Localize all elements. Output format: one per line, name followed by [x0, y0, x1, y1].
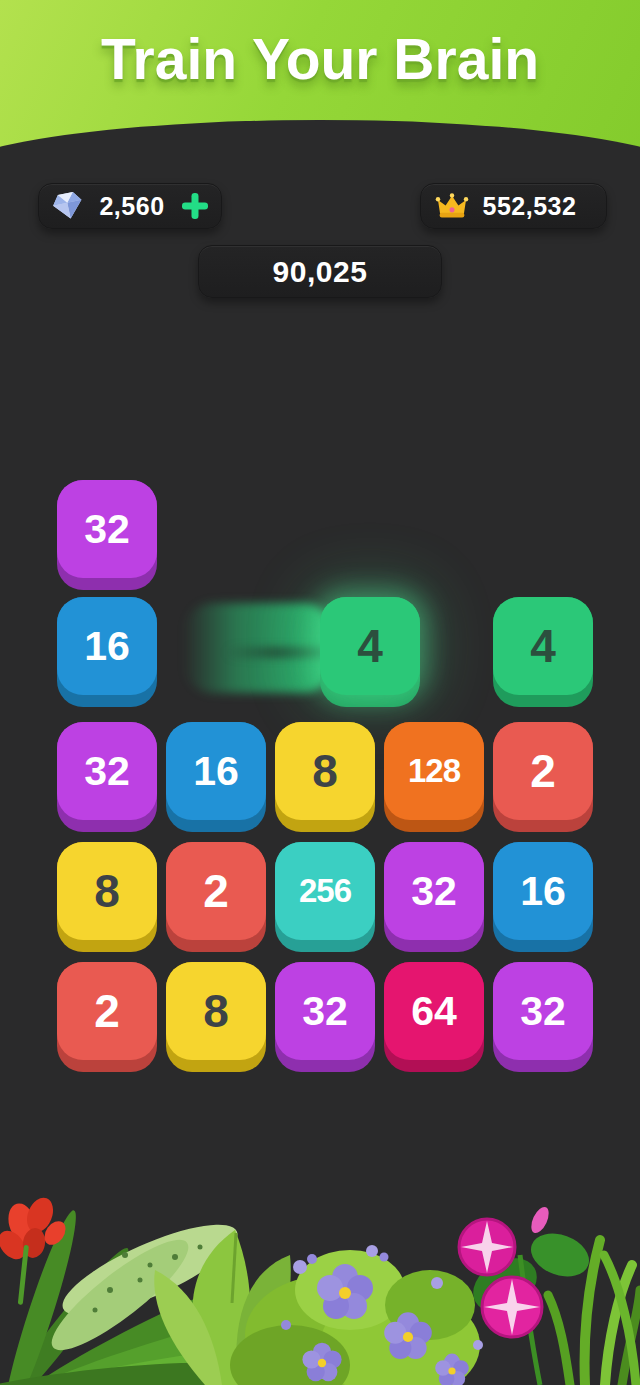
moving-tile-4[interactable]: 4: [320, 597, 420, 707]
tile-face: 8: [57, 842, 157, 940]
tile-number: 32: [520, 988, 566, 1035]
tile-number: 32: [84, 506, 130, 553]
tile-face: 16: [166, 722, 266, 820]
tile-number: 8: [312, 744, 338, 798]
tile-face: 32: [57, 722, 157, 820]
tile-face: 2: [493, 722, 593, 820]
tile-32[interactable]: 32: [493, 962, 593, 1072]
tile-16[interactable]: 16: [57, 597, 157, 707]
tile-8[interactable]: 8: [166, 962, 266, 1072]
tile-number: 64: [411, 988, 457, 1035]
tile-32[interactable]: 32: [57, 722, 157, 832]
tile-number: 4: [530, 619, 556, 673]
tile-number: 4: [357, 619, 383, 673]
tile-face: 32: [275, 962, 375, 1060]
tile-number: 32: [302, 988, 348, 1035]
tile-number: 2: [530, 744, 556, 798]
tile-number: 256: [299, 872, 351, 910]
tile-32[interactable]: 32: [384, 842, 484, 952]
tile-2[interactable]: 2: [166, 842, 266, 952]
tile-32[interactable]: 32: [57, 480, 157, 590]
tile-face: 256: [275, 842, 375, 940]
tile-face: 32: [384, 842, 484, 940]
tile-2[interactable]: 2: [57, 962, 157, 1072]
tile-number: 32: [84, 748, 130, 795]
tile-face: 32: [57, 480, 157, 578]
tile-number: 16: [193, 748, 239, 795]
tile-8[interactable]: 8: [275, 722, 375, 832]
tile-face: 16: [493, 842, 593, 940]
tile-16[interactable]: 16: [493, 842, 593, 952]
tile-number: 16: [84, 623, 130, 670]
tile-face: 128: [384, 722, 484, 820]
game-screen: Train Your Brain 2,560 55: [0, 0, 640, 1385]
tile-face: 8: [275, 722, 375, 820]
tile-32[interactable]: 32: [275, 962, 375, 1072]
tile-number: 32: [411, 868, 457, 915]
tile-8[interactable]: 8: [57, 842, 157, 952]
tile-number: 8: [203, 984, 229, 1038]
tile-4[interactable]: 4: [493, 597, 593, 707]
tile-number: 2: [203, 864, 229, 918]
tile-face: 2: [166, 842, 266, 940]
tile-number: 128: [408, 752, 460, 790]
tile-number: 8: [94, 864, 120, 918]
tile-face: 16: [57, 597, 157, 695]
motion-blur-smear: [225, 647, 335, 658]
tile-256[interactable]: 256: [275, 842, 375, 952]
tile-16[interactable]: 16: [166, 722, 266, 832]
tile-number: 16: [520, 868, 566, 915]
tile-face: 4: [493, 597, 593, 695]
tile-2[interactable]: 2: [493, 722, 593, 832]
bottom-plants-decoration: [0, 1185, 640, 1385]
tile-64[interactable]: 64: [384, 962, 484, 1072]
tile-face: 8: [166, 962, 266, 1060]
tile-128[interactable]: 128: [384, 722, 484, 832]
game-board[interactable]: 32164432168128282256321628326432: [0, 0, 640, 1385]
pink-flowers: [459, 1204, 595, 1385]
tile-face: 32: [493, 962, 593, 1060]
tile-face: 64: [384, 962, 484, 1060]
tile-face: 2: [57, 962, 157, 1060]
tile-number: 2: [94, 984, 120, 1038]
tile-face: 4: [320, 597, 420, 695]
